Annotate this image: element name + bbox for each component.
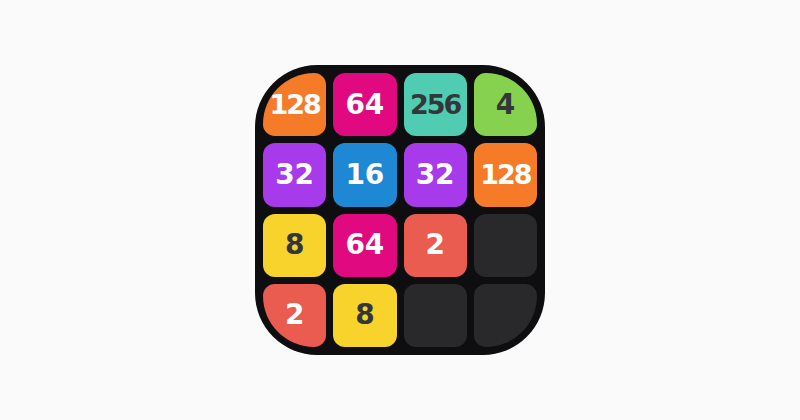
empty-cell (474, 284, 537, 347)
tile-grid: 128642564321632128864228 (263, 73, 537, 347)
tile-16: 16 (333, 143, 396, 206)
tile-8: 8 (333, 284, 396, 347)
tile-128: 128 (263, 73, 326, 136)
tile-256: 256 (404, 73, 467, 136)
page-background: { "game": "2048-style number merge puzzl… (0, 0, 800, 420)
tile-4: 4 (474, 73, 537, 136)
tile-32: 32 (404, 143, 467, 206)
tile-32: 32 (263, 143, 326, 206)
tile-2: 2 (263, 284, 326, 347)
empty-cell (474, 214, 537, 277)
tile-64: 64 (333, 73, 396, 136)
tile-2: 2 (404, 214, 467, 277)
tile-64: 64 (333, 214, 396, 277)
game-app-icon: 128642564321632128864228 (255, 65, 545, 355)
tile-128: 128 (474, 143, 537, 206)
empty-cell (404, 284, 467, 347)
tile-8: 8 (263, 214, 326, 277)
